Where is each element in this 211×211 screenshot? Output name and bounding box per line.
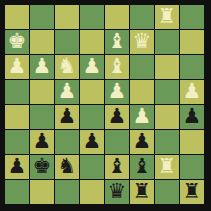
square-b1[interactable] — [30, 180, 54, 204]
square-h3[interactable] — [180, 130, 204, 154]
square-a8[interactable] — [5, 5, 29, 29]
piece-white-pawn[interactable]: ♟ — [183, 81, 202, 102]
square-f8[interactable] — [130, 5, 154, 29]
square-a3[interactable] — [5, 130, 29, 154]
piece-black-king[interactable]: ♚ — [33, 156, 52, 177]
square-h8[interactable] — [180, 5, 204, 29]
square-h1[interactable]: ♜ — [180, 180, 204, 204]
square-e4[interactable]: ♟ — [105, 105, 129, 129]
piece-black-rook[interactable]: ♜ — [183, 181, 202, 202]
square-e3[interactable] — [105, 130, 129, 154]
square-g5[interactable] — [155, 80, 179, 104]
square-b2[interactable]: ♚ — [30, 155, 54, 179]
square-g6[interactable] — [155, 55, 179, 79]
square-c3[interactable] — [55, 130, 79, 154]
piece-white-pawn[interactable]: ♟ — [83, 56, 102, 77]
chess-board: ♜♚♝♛♟♟♞♟♝♟♟♟♟♟♟♟♟♟♟♟♚♞♝♝♜♛♜♜ — [5, 5, 204, 204]
square-d5[interactable] — [80, 80, 104, 104]
piece-black-pawn[interactable]: ♟ — [8, 156, 27, 177]
piece-black-knight[interactable]: ♞ — [58, 156, 77, 177]
square-f1[interactable]: ♜ — [130, 180, 154, 204]
square-b5[interactable] — [30, 80, 54, 104]
piece-black-pawn[interactable]: ♟ — [133, 131, 152, 152]
square-f6[interactable] — [130, 55, 154, 79]
square-g7[interactable] — [155, 30, 179, 54]
square-e8[interactable] — [105, 5, 129, 29]
square-d7[interactable] — [80, 30, 104, 54]
piece-black-pawn[interactable]: ♟ — [33, 131, 52, 152]
square-e2[interactable]: ♝ — [105, 155, 129, 179]
square-d3[interactable]: ♟ — [80, 130, 104, 154]
square-b7[interactable] — [30, 30, 54, 54]
square-h7[interactable] — [180, 30, 204, 54]
square-c8[interactable] — [55, 5, 79, 29]
piece-white-king[interactable]: ♚ — [8, 31, 27, 52]
piece-white-pawn[interactable]: ♟ — [133, 106, 152, 127]
square-c4[interactable]: ♟ — [55, 105, 79, 129]
square-d6[interactable]: ♟ — [80, 55, 104, 79]
piece-black-queen[interactable]: ♛ — [108, 181, 127, 202]
square-h6[interactable] — [180, 55, 204, 79]
square-f2[interactable]: ♝ — [130, 155, 154, 179]
square-a5[interactable] — [5, 80, 29, 104]
piece-black-rook[interactable]: ♜ — [133, 181, 152, 202]
square-b3[interactable]: ♟ — [30, 130, 54, 154]
square-c5[interactable]: ♟ — [55, 80, 79, 104]
square-a4[interactable] — [5, 105, 29, 129]
piece-black-bishop[interactable]: ♝ — [108, 156, 127, 177]
piece-white-queen[interactable]: ♛ — [133, 31, 152, 52]
square-g8[interactable]: ♜ — [155, 5, 179, 29]
piece-black-pawn[interactable]: ♟ — [183, 106, 202, 127]
square-g3[interactable] — [155, 130, 179, 154]
square-e1[interactable]: ♛ — [105, 180, 129, 204]
piece-white-rook[interactable]: ♜ — [158, 156, 177, 177]
square-h5[interactable]: ♟ — [180, 80, 204, 104]
piece-black-pawn[interactable]: ♟ — [58, 106, 77, 127]
square-h4[interactable]: ♟ — [180, 105, 204, 129]
square-g2[interactable]: ♜ — [155, 155, 179, 179]
square-f4[interactable]: ♟ — [130, 105, 154, 129]
square-f3[interactable]: ♟ — [130, 130, 154, 154]
chess-board-frame: ♜♚♝♛♟♟♞♟♝♟♟♟♟♟♟♟♟♟♟♟♚♞♝♝♜♛♜♜ — [0, 0, 211, 211]
square-a7[interactable]: ♚ — [5, 30, 29, 54]
square-c7[interactable] — [55, 30, 79, 54]
square-e6[interactable]: ♝ — [105, 55, 129, 79]
square-a6[interactable]: ♟ — [5, 55, 29, 79]
square-a1[interactable] — [5, 180, 29, 204]
square-d4[interactable] — [80, 105, 104, 129]
piece-white-pawn[interactable]: ♟ — [58, 81, 77, 102]
piece-white-bishop[interactable]: ♝ — [108, 31, 127, 52]
piece-white-pawn[interactable]: ♟ — [8, 56, 27, 77]
square-c2[interactable]: ♞ — [55, 155, 79, 179]
square-d8[interactable] — [80, 5, 104, 29]
square-g1[interactable] — [155, 180, 179, 204]
square-d2[interactable] — [80, 155, 104, 179]
square-f5[interactable] — [130, 80, 154, 104]
piece-white-pawn[interactable]: ♟ — [33, 56, 52, 77]
piece-black-pawn[interactable]: ♟ — [108, 106, 127, 127]
square-c1[interactable] — [55, 180, 79, 204]
square-f7[interactable]: ♛ — [130, 30, 154, 54]
piece-white-knight[interactable]: ♞ — [58, 56, 77, 77]
square-d1[interactable] — [80, 180, 104, 204]
square-b8[interactable] — [30, 5, 54, 29]
square-e5[interactable]: ♟ — [105, 80, 129, 104]
square-a2[interactable]: ♟ — [5, 155, 29, 179]
square-c6[interactable]: ♞ — [55, 55, 79, 79]
square-g4[interactable] — [155, 105, 179, 129]
piece-black-pawn[interactable]: ♟ — [83, 131, 102, 152]
piece-white-rook[interactable]: ♜ — [158, 6, 177, 27]
piece-white-bishop[interactable]: ♝ — [108, 56, 127, 77]
square-h2[interactable] — [180, 155, 204, 179]
piece-white-pawn[interactable]: ♟ — [108, 81, 127, 102]
square-b4[interactable] — [30, 105, 54, 129]
piece-black-bishop[interactable]: ♝ — [133, 156, 152, 177]
square-b6[interactable]: ♟ — [30, 55, 54, 79]
square-e7[interactable]: ♝ — [105, 30, 129, 54]
